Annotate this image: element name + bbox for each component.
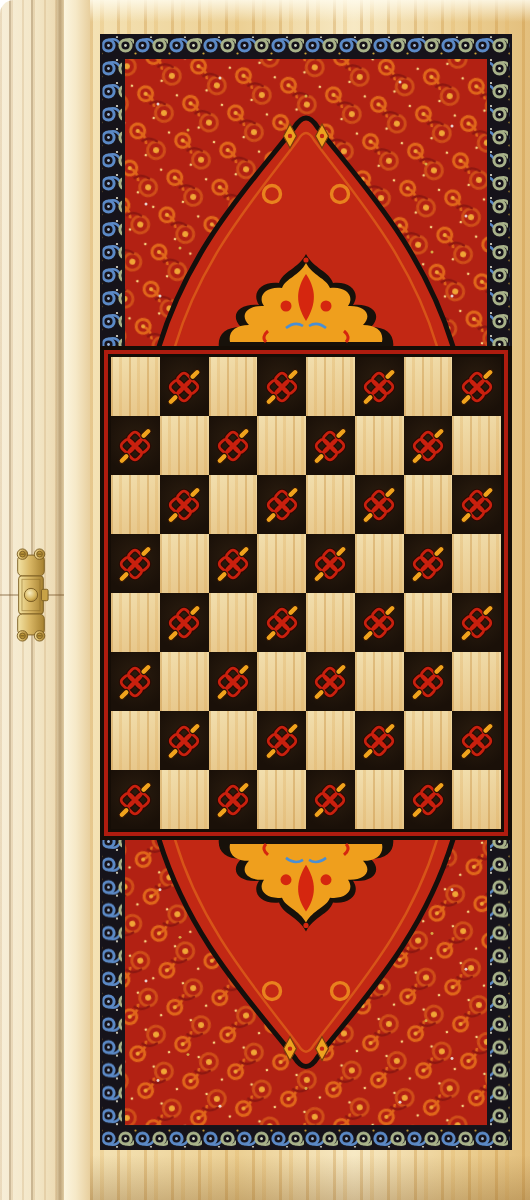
endless-knot-motif [166, 604, 203, 641]
board-square-b3 [160, 652, 209, 711]
board-square-e4 [306, 593, 355, 652]
board-square-a7 [111, 416, 160, 475]
endless-knot-motif [409, 545, 446, 582]
endless-knot-motif [263, 722, 300, 759]
endless-knot-motif [458, 368, 495, 405]
board-square-d3 [257, 652, 306, 711]
endless-knot-motif [166, 368, 203, 405]
endless-knot-motif [361, 604, 398, 641]
endless-knot-motif [214, 545, 251, 582]
board-square-c5 [209, 534, 258, 593]
endless-knot-motif [458, 722, 495, 759]
board-square-a2 [111, 711, 160, 770]
board-square-c6 [209, 475, 258, 534]
endless-knot-motif [409, 781, 446, 818]
board-square-g3 [404, 652, 453, 711]
board-square-g2 [404, 711, 453, 770]
endless-knot-motif [214, 781, 251, 818]
board-square-b4 [160, 593, 209, 652]
board-frame-inner [108, 354, 504, 832]
board-square-g1 [404, 770, 453, 829]
board-square-d1 [257, 770, 306, 829]
endless-knot-motif [263, 368, 300, 405]
endless-knot-motif [263, 486, 300, 523]
board-square-f2 [355, 711, 404, 770]
endless-knot-motif [409, 663, 446, 700]
ornament-panel-bottom [100, 840, 512, 1150]
brass-clasp [12, 547, 50, 643]
endless-knot-motif [312, 663, 349, 700]
board-square-b5 [160, 534, 209, 593]
endless-knot-motif [312, 427, 349, 464]
endless-knot-motif [361, 486, 398, 523]
wood-seam [9, 0, 11, 1200]
board-square-d4 [257, 593, 306, 652]
board-square-d5 [257, 534, 306, 593]
board-square-a5 [111, 534, 160, 593]
board-square-d6 [257, 475, 306, 534]
ornament-panel-top [100, 34, 512, 346]
endless-knot-motif [117, 427, 154, 464]
endless-knot-motif [166, 722, 203, 759]
board-square-f4 [355, 593, 404, 652]
endless-knot-motif [166, 486, 203, 523]
board-square-d7 [257, 416, 306, 475]
endless-knot-motif [117, 545, 154, 582]
endless-knot-motif [361, 368, 398, 405]
board-square-h1 [452, 770, 501, 829]
board-square-a3 [111, 652, 160, 711]
board-square-a8 [111, 357, 160, 416]
board-square-h3 [452, 652, 501, 711]
board-square-h5 [452, 534, 501, 593]
board-square-e7 [306, 416, 355, 475]
board-square-f8 [355, 357, 404, 416]
board-square-a6 [111, 475, 160, 534]
board-square-g8 [404, 357, 453, 416]
board-square-e2 [306, 711, 355, 770]
board-square-b8 [160, 357, 209, 416]
board-square-f1 [355, 770, 404, 829]
board-square-a4 [111, 593, 160, 652]
endless-knot-motif [214, 427, 251, 464]
board-square-d8 [257, 357, 306, 416]
board-square-b7 [160, 416, 209, 475]
endless-knot-motif [312, 781, 349, 818]
board-square-e8 [306, 357, 355, 416]
board-square-g6 [404, 475, 453, 534]
board-square-f6 [355, 475, 404, 534]
board-square-c8 [209, 357, 258, 416]
board-square-g4 [404, 593, 453, 652]
board-square-e1 [306, 770, 355, 829]
board-square-a1 [111, 770, 160, 829]
board-square-h6 [452, 475, 501, 534]
endless-knot-motif [263, 604, 300, 641]
board-square-h4 [452, 593, 501, 652]
board-square-e5 [306, 534, 355, 593]
board-square-c4 [209, 593, 258, 652]
board-square-h8 [452, 357, 501, 416]
board-square-d2 [257, 711, 306, 770]
product-photo [0, 0, 530, 1200]
board-square-c3 [209, 652, 258, 711]
endless-knot-motif [117, 781, 154, 818]
box-edge-bevel [64, 0, 90, 1200]
box-lid-face [90, 0, 530, 1200]
board-square-h2 [452, 711, 501, 770]
endless-knot-motif [458, 486, 495, 523]
board-square-b2 [160, 711, 209, 770]
board-frame-red [104, 350, 508, 836]
board-square-e3 [306, 652, 355, 711]
checkerboard [100, 346, 512, 840]
wooden-game-box [0, 0, 530, 1200]
endless-knot-motif [312, 545, 349, 582]
board-square-b6 [160, 475, 209, 534]
board-square-c7 [209, 416, 258, 475]
endless-knot-motif [409, 427, 446, 464]
board-squares-grid [111, 357, 501, 829]
board-square-h7 [452, 416, 501, 475]
printed-artwork [100, 34, 512, 1150]
board-square-e6 [306, 475, 355, 534]
board-square-c2 [209, 711, 258, 770]
endless-knot-motif [458, 604, 495, 641]
board-square-f7 [355, 416, 404, 475]
board-square-c1 [209, 770, 258, 829]
endless-knot-motif [214, 663, 251, 700]
endless-knot-motif [117, 663, 154, 700]
board-square-f5 [355, 534, 404, 593]
endless-knot-motif [361, 722, 398, 759]
board-square-b1 [160, 770, 209, 829]
board-square-f3 [355, 652, 404, 711]
board-square-g7 [404, 416, 453, 475]
box-side-panel [0, 0, 90, 1200]
board-square-g5 [404, 534, 453, 593]
